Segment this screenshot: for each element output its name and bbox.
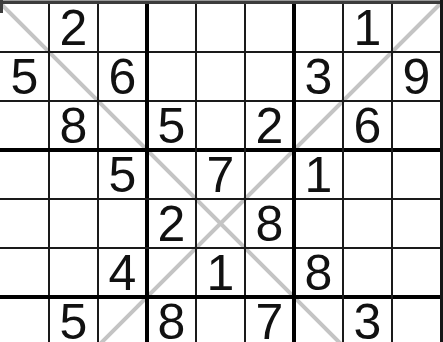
cell-r2c6[interactable] [245, 52, 294, 101]
cell-r7c1[interactable] [0, 297, 49, 342]
cell-r3c3[interactable] [98, 101, 147, 150]
cell-r3c6[interactable]: 2 [245, 101, 294, 150]
cell-r7c7[interactable] [294, 297, 343, 342]
cell-r7c2[interactable]: 5 [49, 297, 98, 342]
cell-r5c1[interactable] [0, 199, 49, 248]
cell-r1c8[interactable]: 1 [343, 3, 392, 52]
cell-r6c1[interactable] [0, 248, 49, 297]
cell-r5c9[interactable] [392, 199, 441, 248]
cell-r3c4[interactable]: 5 [147, 101, 196, 150]
cell-r1c5[interactable] [196, 3, 245, 52]
cell-r5c5[interactable] [196, 199, 245, 248]
cell-r1c7[interactable] [294, 3, 343, 52]
cell-r6c2[interactable] [49, 248, 98, 297]
cell-r2c5[interactable] [196, 52, 245, 101]
cell-r4c2[interactable] [49, 150, 98, 199]
cell-r6c4[interactable] [147, 248, 196, 297]
cell-r6c7[interactable]: 8 [294, 248, 343, 297]
cell-r5c4[interactable]: 2 [147, 199, 196, 248]
cell-r4c1[interactable] [0, 150, 49, 199]
cell-r2c9[interactable]: 9 [392, 52, 441, 101]
cell-r6c5[interactable]: 1 [196, 248, 245, 297]
cell-r4c9[interactable] [392, 150, 441, 199]
cell-r3c5[interactable] [196, 101, 245, 150]
cell-r7c9[interactable] [392, 297, 441, 342]
cell-r2c2[interactable] [49, 52, 98, 101]
cell-r3c1[interactable] [0, 101, 49, 150]
cell-r1c4[interactable] [147, 3, 196, 52]
cell-r6c8[interactable] [343, 248, 392, 297]
cell-r5c6[interactable]: 8 [245, 199, 294, 248]
cell-r1c1[interactable] [0, 3, 49, 52]
cell-r3c7[interactable] [294, 101, 343, 150]
cell-r2c1[interactable]: 5 [0, 52, 49, 101]
cell-r7c8[interactable]: 3 [343, 297, 392, 342]
cell-r3c9[interactable] [392, 101, 441, 150]
cell-r1c6[interactable] [245, 3, 294, 52]
cell-r1c2[interactable]: 2 [49, 3, 98, 52]
cell-r6c3[interactable]: 4 [98, 248, 147, 297]
cell-r4c8[interactable] [343, 150, 392, 199]
cell-r5c2[interactable] [49, 199, 98, 248]
cell-r7c6[interactable]: 7 [245, 297, 294, 342]
cell-r2c7[interactable]: 3 [294, 52, 343, 101]
cell-r3c8[interactable]: 6 [343, 101, 392, 150]
cell-r5c7[interactable] [294, 199, 343, 248]
sudoku-board: 2156398526571284185873 [0, 0, 443, 342]
cell-r2c8[interactable] [343, 52, 392, 101]
cell-r4c3[interactable]: 5 [98, 150, 147, 199]
cell-r7c4[interactable]: 8 [147, 297, 196, 342]
cell-r4c5[interactable]: 7 [196, 150, 245, 199]
cell-r7c3[interactable] [98, 297, 147, 342]
cell-r6c9[interactable] [392, 248, 441, 297]
cell-r1c9[interactable] [392, 3, 441, 52]
cell-r2c3[interactable]: 6 [98, 52, 147, 101]
cell-r6c6[interactable] [245, 248, 294, 297]
cell-r5c8[interactable] [343, 199, 392, 248]
cell-r7c5[interactable] [196, 297, 245, 342]
cell-r4c6[interactable] [245, 150, 294, 199]
cell-r1c3[interactable] [98, 3, 147, 52]
cell-r2c4[interactable] [147, 52, 196, 101]
cell-r4c7[interactable]: 1 [294, 150, 343, 199]
cell-r4c4[interactable] [147, 150, 196, 199]
cell-r3c2[interactable]: 8 [49, 101, 98, 150]
cell-r5c3[interactable] [98, 199, 147, 248]
